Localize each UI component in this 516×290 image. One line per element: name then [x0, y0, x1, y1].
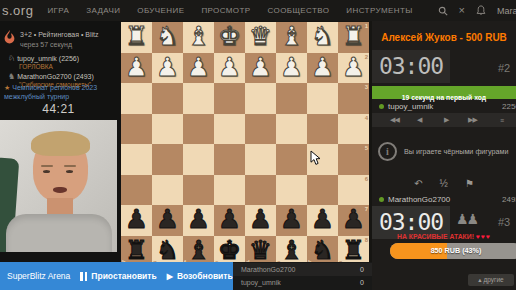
board-square-f4[interactable] — [183, 114, 214, 145]
black-pawn[interactable]: ♟ — [214, 204, 245, 235]
black-pawn[interactable]: ♟ — [121, 204, 152, 235]
takeback-button[interactable]: ↶ — [414, 178, 422, 189]
board-square-c6[interactable] — [276, 175, 307, 206]
bottom-player-rating: 2493 — [502, 195, 516, 204]
board-square-d1[interactable]: ♛ — [245, 22, 276, 53]
score-value: 0 — [360, 266, 364, 273]
board-square-c4[interactable] — [276, 114, 307, 145]
pause-button[interactable]: Приостановить — [80, 271, 156, 281]
white-king[interactable]: ♚ — [214, 21, 245, 52]
donation-title: Алексей Жуков - 500 RUB — [372, 32, 516, 43]
black-pawn[interactable]: ♟ — [152, 204, 183, 235]
board-square-f5[interactable] — [183, 144, 214, 175]
board-square-g2[interactable]: ♟ — [152, 53, 183, 84]
black-bishop[interactable]: ♝ — [276, 235, 307, 266]
board-square-a5[interactable]: 5 — [338, 144, 369, 175]
board-square-d7[interactable]: ♟ — [245, 205, 276, 236]
board-square-b4[interactable] — [307, 114, 338, 145]
white-tournament-rank: #2 — [498, 62, 510, 74]
black-player-row[interactable]: ♞MarathonGo2700 (2493) — [8, 72, 94, 81]
board-square-a7[interactable]: ♟7 — [338, 205, 369, 236]
prev-move-icon[interactable]: ◀ — [417, 116, 421, 124]
nav-item[interactable]: ИНСТРУМЕНТЫ — [346, 6, 412, 15]
board-square-e2[interactable]: ♟ — [214, 53, 245, 84]
black-tournament-rank: #3 — [498, 216, 510, 228]
color-info-text: Вы играете чёрными фигурами — [404, 147, 508, 156]
white-knight-icon: ♘ — [8, 54, 15, 63]
score-player-name: MarathonGo2700 — [241, 266, 295, 273]
white-pawn[interactable]: ♟ — [121, 52, 152, 83]
bottom-player-name[interactable]: MarathonGo2700 — [388, 195, 450, 204]
board-square-f7[interactable]: ♟ — [183, 205, 214, 236]
site-logo[interactable]: s.org — [2, 3, 33, 18]
board-square-d4[interactable] — [245, 114, 276, 145]
board-square-h3[interactable] — [121, 83, 152, 114]
white-pawn[interactable]: ♟ — [307, 52, 338, 83]
more-collapsed-button[interactable]: ▴ другие — [468, 274, 514, 286]
search-icon[interactable] — [438, 6, 448, 16]
nav-item[interactable]: ЗАДАЧИ — [86, 6, 120, 15]
stream-timer: 44:21 — [0, 102, 117, 116]
white-queen[interactable]: ♛ — [245, 21, 276, 52]
last-move-icon[interactable]: ▶▶ — [468, 116, 477, 124]
white-pawn[interactable]: ♟ — [183, 52, 214, 83]
navbar-username[interactable]: MarathonGo2700 — [497, 6, 516, 16]
online-dot — [379, 197, 384, 202]
resign-flag-button[interactable]: ⚑ — [465, 178, 474, 189]
top-player-rating: 2256 — [502, 102, 516, 111]
board-square-f3[interactable] — [183, 83, 214, 114]
rank-label: 3 — [365, 84, 368, 90]
chess-board: ♜♞♝♚♛♝♞♜1♟♟♟♟♟♟♟♟23456♟♟♟♟♟♟♟♟7♜h♞g♝f♚e♛… — [121, 22, 369, 266]
board-square-e7[interactable]: ♟ — [214, 205, 245, 236]
board-square-c5[interactable] — [276, 144, 307, 175]
game-info-box: i Вы играете чёрными фигурами — [378, 142, 514, 161]
webcam — [0, 120, 117, 252]
black-king[interactable]: ♚ — [214, 235, 245, 266]
nav-item[interactable]: ПРОСМОТР — [201, 6, 250, 15]
board-square-e5[interactable] — [214, 144, 245, 175]
board-square-d5[interactable] — [245, 144, 276, 175]
board-square-g7[interactable]: ♟ — [152, 205, 183, 236]
board-square-f2[interactable]: ♟ — [183, 53, 214, 84]
rank-label: 4 — [365, 115, 368, 121]
board-square-h7[interactable]: ♟ — [121, 205, 152, 236]
board-square-a1[interactable]: ♜1 — [338, 22, 369, 53]
board-square-c3[interactable] — [276, 83, 307, 114]
board-square-h2[interactable]: ♟ — [121, 53, 152, 84]
black-pawn[interactable]: ♟ — [245, 204, 276, 235]
bell-icon[interactable] — [476, 5, 486, 16]
draw-offer-button[interactable]: ½ — [440, 178, 448, 189]
rank-label: 8 — [365, 237, 368, 243]
board-square-c7[interactable]: ♟ — [276, 205, 307, 236]
progress-label: 850 RUB (43%) — [390, 243, 516, 259]
resume-button[interactable]: ▶ Возобновить — [167, 271, 233, 281]
white-bishop[interactable]: ♝ — [276, 21, 307, 52]
score-panel: MarathonGo27000tupoy_umnik0 — [233, 262, 372, 290]
black-pawn[interactable]: ♟ — [276, 204, 307, 235]
board-square-e6[interactable] — [214, 175, 245, 206]
bottom-player-row: MarathonGo2700 2493 — [372, 193, 516, 206]
arena-label[interactable]: SuperBlitz Arena — [7, 271, 70, 281]
board-square-g6[interactable] — [152, 175, 183, 206]
rank-label: 1 — [365, 23, 368, 29]
white-bishop[interactable]: ♝ — [183, 21, 214, 52]
white-pawn[interactable]: ♟ — [276, 52, 307, 83]
black-pawn[interactable]: ♟ — [183, 204, 214, 235]
score-row: tupoy_umnik0 — [233, 276, 372, 289]
board-square-h5[interactable] — [121, 144, 152, 175]
board-square-d2[interactable]: ♟ — [245, 53, 276, 84]
board-square-b2[interactable]: ♟ — [307, 53, 338, 84]
white-pawn[interactable]: ♟ — [245, 52, 276, 83]
black-bishop[interactable]: ♝ — [183, 235, 214, 266]
board-square-b3[interactable] — [307, 83, 338, 114]
white-knight[interactable]: ♞ — [152, 21, 183, 52]
board-square-d6[interactable] — [245, 175, 276, 206]
rank-label: 7 — [365, 206, 368, 212]
white-pawn[interactable]: ♟ — [214, 52, 245, 83]
board-square-f1[interactable]: ♝ — [183, 22, 214, 53]
rank-label: 6 — [365, 176, 368, 182]
white-clock: 03:00 — [372, 50, 450, 83]
info-icon: i — [378, 142, 397, 161]
board-square-b6[interactable] — [307, 175, 338, 206]
move-nav-controls: ◀◀◀▶▶▶≡ — [372, 113, 516, 127]
tournament-link[interactable]: ★Чемпионат регионов 2023 межклубный турн… — [4, 84, 116, 101]
white-player-team: ГОРЛОВКА — [19, 63, 53, 70]
board-square-e1[interactable]: ♚ — [214, 22, 245, 53]
board-square-c2[interactable]: ♟ — [276, 53, 307, 84]
board-square-h1[interactable]: ♜ — [121, 22, 152, 53]
board-square-e3[interactable] — [214, 83, 245, 114]
first-move-notice: 19 секунд на первый ход — [372, 86, 516, 99]
first-move-icon[interactable]: ◀◀ — [390, 116, 399, 124]
black-knight-icon: ♞ — [8, 72, 15, 81]
board-square-h4[interactable] — [121, 114, 152, 145]
mouse-cursor — [310, 150, 322, 166]
white-rook[interactable]: ♜ — [121, 21, 152, 52]
board-square-g1[interactable]: ♞ — [152, 22, 183, 53]
board-square-a3[interactable]: 3 — [338, 83, 369, 114]
top-player-row: tupoy_umnik 2256 — [372, 100, 516, 113]
pause-icon — [80, 272, 87, 281]
top-player-name[interactable]: tupoy_umnik — [388, 102, 433, 111]
white-knight[interactable]: ♞ — [307, 21, 338, 52]
board-square-a2[interactable]: ♟2 — [338, 53, 369, 84]
left-sidebar: 3+2 • Рейтинговая • Blitz через 57 секун… — [0, 21, 121, 290]
rank-label: 2 — [365, 54, 368, 60]
play-icon: ▶ — [167, 272, 173, 281]
black-player-name: MarathonGo2700 (2493) — [17, 73, 94, 80]
game-action-buttons: ↶ ½ ⚑ — [372, 176, 516, 190]
menu-icon[interactable]: ≡ — [500, 117, 503, 124]
nav-item[interactable]: ОБУЧЕНИЕ — [137, 6, 184, 15]
board-square-h6[interactable] — [121, 175, 152, 206]
top-navbar: s.org ИГРАЗАДАЧИОБУЧЕНИЕПРОСМОТРСООБЩЕСТ… — [0, 0, 516, 21]
hearts-icon: ♥♥♥ — [476, 233, 491, 240]
game-info-countdown: через 57 секунд — [20, 41, 72, 48]
white-pawn[interactable]: ♟ — [152, 52, 183, 83]
board-square-g3[interactable] — [152, 83, 183, 114]
board-square-a4[interactable]: 4 — [338, 114, 369, 145]
black-pawn[interactable]: ♟ — [307, 204, 338, 235]
donation-progress-bar: 850 RUB (43%) — [390, 243, 516, 259]
board-square-b1[interactable]: ♞ — [307, 22, 338, 53]
online-dot — [379, 104, 384, 109]
board-square-e4[interactable] — [214, 114, 245, 145]
trophy-icon: ★ — [4, 84, 10, 91]
next-move-icon[interactable]: ▶ — [444, 116, 448, 124]
nav-item[interactable]: СООБЩЕСТВО — [268, 6, 330, 15]
close-icon[interactable]: × — [459, 5, 465, 16]
white-player-row[interactable]: ♘tupoy_umnik (2256) — [8, 54, 79, 63]
rank-label: 5 — [365, 145, 368, 151]
score-row: MarathonGo27000 — [233, 263, 372, 276]
main-menu: ИГРАЗАДАЧИОБУЧЕНИЕПРОСМОТРСООБЩЕСТВОИНСТ… — [47, 6, 429, 15]
white-player-name: tupoy_umnik (2256) — [17, 55, 79, 62]
navbar-right: × MarathonGo2700 — [438, 5, 516, 16]
right-panel: Алексей Жуков - 500 RUB 03:00 #2 19 секу… — [372, 21, 516, 290]
nav-item[interactable]: ИГРА — [47, 6, 69, 15]
board-square-g5[interactable] — [152, 144, 183, 175]
score-player-name: tupoy_umnik — [241, 279, 281, 286]
board-square-f6[interactable] — [183, 175, 214, 206]
board-square-b7[interactable]: ♟ — [307, 205, 338, 236]
board-square-a6[interactable]: 6 — [338, 175, 369, 206]
blitz-flame-icon — [3, 29, 16, 45]
board-square-g4[interactable] — [152, 114, 183, 145]
donation-goal-title: НА КРАСИВЫЕ АТАКИ! ♥♥♥ — [372, 233, 516, 240]
game-info-time-control: 3+2 • Рейтинговая • Blitz — [20, 31, 99, 38]
board-square-d3[interactable] — [245, 83, 276, 114]
arena-bar: SuperBlitz Arena Приостановить ▶ Возобно… — [0, 262, 233, 290]
captured-pawns-icon: ♟♟ — [456, 211, 477, 227]
score-value: 0 — [360, 279, 364, 286]
board-square-c1[interactable]: ♝ — [276, 22, 307, 53]
